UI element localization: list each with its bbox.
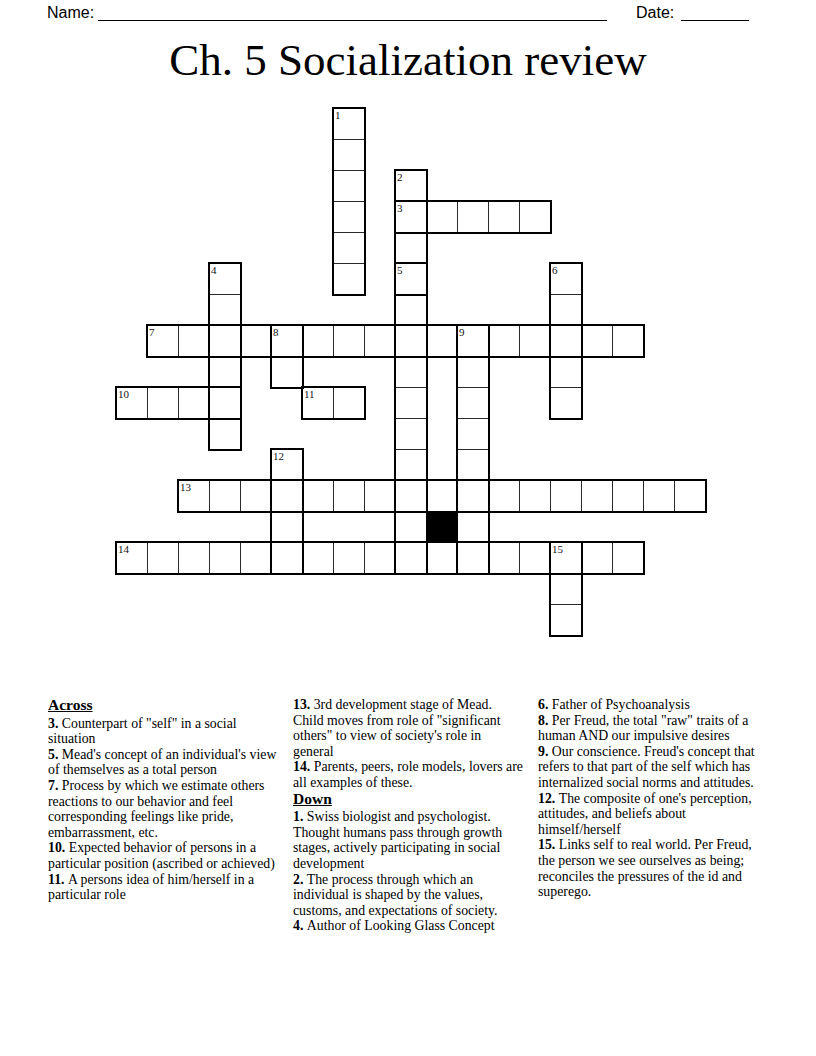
clue-7: 7. Process by which we estimate others r… <box>48 778 280 840</box>
cell-number-8: 8 <box>273 327 279 338</box>
grid-cell-r12c7[interactable] <box>333 480 365 512</box>
clue-9: 9. Our conscience. Freud's concept that … <box>538 744 770 791</box>
clue-number-label: 7. <box>48 778 62 793</box>
clue-number-label: 10. <box>48 840 69 855</box>
clues-section: Across3. Counterpart of "self" in a soci… <box>48 697 770 934</box>
clue-column-3: 6. Father of Psychoanalysis8. Per Freud,… <box>538 697 770 934</box>
date-label: Date: <box>636 4 674 22</box>
grid-cell-r3c11[interactable] <box>457 201 489 233</box>
clue-number-label: 6. <box>538 697 552 712</box>
puzzle-title: Ch. 5 Socialization review <box>0 34 816 86</box>
grid-cell-r14c11[interactable] <box>457 542 489 574</box>
grid-cell-r7c16[interactable] <box>612 325 644 357</box>
clue-12: 12. The composite of one's perception, a… <box>538 791 770 838</box>
grid-cell-r12c12[interactable] <box>488 480 520 512</box>
grid-cell-r7c15[interactable] <box>581 325 613 357</box>
grid-cell-r7c3[interactable] <box>209 325 241 357</box>
grid-cell-r12c4[interactable] <box>240 480 272 512</box>
cell-number-10: 10 <box>118 389 129 400</box>
grid-cell-r8c3[interactable] <box>209 356 241 388</box>
grid-cell-r12c10[interactable] <box>426 480 458 512</box>
grid-cell-r14c7[interactable] <box>333 542 365 574</box>
grid-cell-r6c3[interactable] <box>209 294 241 326</box>
grid-cell-r12c11[interactable] <box>457 480 489 512</box>
clue-5: 5. Mead's concept of an individual's vie… <box>48 747 280 778</box>
grid-cell-r7c6[interactable] <box>302 325 334 357</box>
grid-cell-r12c9[interactable] <box>395 480 427 512</box>
grid-cell-r9c3[interactable] <box>209 387 241 419</box>
clue-number-label: 11. <box>48 872 68 887</box>
grid-cell-r4c7[interactable] <box>333 232 365 264</box>
grid-cell-r3c12[interactable] <box>488 201 520 233</box>
grid-cell-r16c14[interactable] <box>550 604 582 636</box>
grid-cell-r13c11[interactable] <box>457 511 489 543</box>
clue-13: 13. 3rd development stage of Mead. Child… <box>293 697 525 759</box>
grid-cell-r12c13[interactable] <box>519 480 551 512</box>
grid-cell-r13c5[interactable] <box>271 511 303 543</box>
grid-cell-r14c5[interactable] <box>271 542 303 574</box>
grid-cell-r14c12[interactable] <box>488 542 520 574</box>
cell-number-13: 13 <box>180 482 191 493</box>
clue-column-1: Across3. Counterpart of "self" in a soci… <box>48 697 280 934</box>
grid-cell-r8c11[interactable] <box>457 356 489 388</box>
cell-number-9: 9 <box>459 327 465 338</box>
clue-number-label: 3. <box>48 716 62 731</box>
grid-cell-r7c8[interactable] <box>364 325 396 357</box>
grid-cell-r7c14[interactable] <box>550 325 582 357</box>
clue-8: 8. Per Freud, the total "raw" traits of … <box>538 713 770 744</box>
name-blank-line[interactable] <box>98 2 607 21</box>
clue-11: 11. A persons idea of him/herself in a p… <box>48 872 280 903</box>
black-cell-r13c10 <box>426 511 458 543</box>
clue-number-label: 1. <box>293 809 307 824</box>
grid-cell-r4c9[interactable] <box>395 232 427 264</box>
cell-number-6: 6 <box>552 265 558 276</box>
grid-cell-r8c14[interactable] <box>550 356 582 388</box>
grid-cell-r7c2[interactable] <box>178 325 210 357</box>
grid-cell-r14c6[interactable] <box>302 542 334 574</box>
grid-cell-r3c7[interactable] <box>333 201 365 233</box>
clue-14: 14. Parents, peers, role models, lovers … <box>293 759 525 790</box>
grid-cell-r12c5[interactable] <box>271 480 303 512</box>
grid-cell-r10c3[interactable] <box>209 418 241 450</box>
grid-cell-r11c11[interactable] <box>457 449 489 481</box>
cell-number-12: 12 <box>273 451 284 462</box>
grid-cell-r3c13[interactable] <box>519 201 551 233</box>
grid-cell-r7c9[interactable] <box>395 325 427 357</box>
grid-cell-r14c4[interactable] <box>240 542 272 574</box>
clue-3: 3. Counterpart of "self" in a social sit… <box>48 716 280 747</box>
grid-cell-r9c9[interactable] <box>395 387 427 419</box>
grid-cell-r12c3[interactable] <box>209 480 241 512</box>
grid-cell-r14c9[interactable] <box>395 542 427 574</box>
grid-cell-r14c16[interactable] <box>612 542 644 574</box>
name-label: Name: <box>47 4 94 22</box>
cell-number-2: 2 <box>397 172 403 183</box>
grid-cell-r9c11[interactable] <box>457 387 489 419</box>
worksheet-page: Name: Date: Ch. 5 Socialization review 1… <box>0 0 816 1056</box>
grid-cell-r15c14[interactable] <box>550 573 582 605</box>
grid-cell-r12c15[interactable] <box>581 480 613 512</box>
cell-number-3: 3 <box>397 203 403 214</box>
grid-cell-r7c12[interactable] <box>488 325 520 357</box>
clue-15: 15. Links self to real world. Per Freud,… <box>538 837 770 899</box>
clue-number-label: 2. <box>293 872 307 887</box>
grid-cell-r14c13[interactable] <box>519 542 551 574</box>
grid-cell-r14c1[interactable] <box>147 542 179 574</box>
grid-cell-r5c7[interactable] <box>333 263 365 295</box>
grid-cell-r14c10[interactable] <box>426 542 458 574</box>
clue-number-label: 15. <box>538 837 559 852</box>
grid-cell-r14c15[interactable] <box>581 542 613 574</box>
grid-cell-r12c16[interactable] <box>612 480 644 512</box>
cell-number-14: 14 <box>118 544 129 555</box>
cell-number-5: 5 <box>397 265 403 276</box>
crossword-grid: 123456789101112131415 <box>116 108 708 638</box>
grid-cell-r12c8[interactable] <box>364 480 396 512</box>
cell-number-11: 11 <box>304 389 315 400</box>
clue-2: 2. The process through which an individu… <box>293 872 525 919</box>
clue-number-label: 4. <box>293 918 307 933</box>
clue-column-2: 13. 3rd development stage of Mead. Child… <box>293 697 525 934</box>
grid-cell-r7c7[interactable] <box>333 325 365 357</box>
cell-number-7: 7 <box>149 327 155 338</box>
grid-cell-r13c9[interactable] <box>395 511 427 543</box>
clue-number-label: 14. <box>293 759 314 774</box>
clue-number-label: 12. <box>538 791 559 806</box>
grid-cell-r12c18[interactable] <box>674 480 706 512</box>
grid-cell-r9c2[interactable] <box>178 387 210 419</box>
grid-cell-r6c9[interactable] <box>395 294 427 326</box>
grid-cell-r14c3[interactable] <box>209 542 241 574</box>
grid-cell-r11c9[interactable] <box>395 449 427 481</box>
clue-4: 4. Author of Looking Glass Concept <box>293 918 525 934</box>
grid-cell-r3c10[interactable] <box>426 201 458 233</box>
grid-cell-r6c14[interactable] <box>550 294 582 326</box>
date-blank-line[interactable] <box>681 2 749 21</box>
grid-cell-r9c14[interactable] <box>550 387 582 419</box>
grid-cell-r10c9[interactable] <box>395 418 427 450</box>
grid-cell-r2c7[interactable] <box>333 170 365 202</box>
cell-number-4: 4 <box>211 265 217 276</box>
grid-cell-r14c2[interactable] <box>178 542 210 574</box>
grid-cell-r9c7[interactable] <box>333 387 365 419</box>
clue-number-label: 5. <box>48 747 62 762</box>
clue-number-label: 9. <box>538 744 552 759</box>
grid-cell-r12c17[interactable] <box>643 480 675 512</box>
cell-number-15: 15 <box>552 544 563 555</box>
grid-cell-r7c10[interactable] <box>426 325 458 357</box>
grid-cell-r14c8[interactable] <box>364 542 396 574</box>
grid-cell-r9c1[interactable] <box>147 387 179 419</box>
grid-cell-r7c4[interactable] <box>240 325 272 357</box>
clue-10: 10. Expected behavior of persons in a pa… <box>48 840 280 871</box>
grid-cell-r7c13[interactable] <box>519 325 551 357</box>
clues-header-across: Across <box>48 697 280 713</box>
clue-6: 6. Father of Psychoanalysis <box>538 697 770 713</box>
grid-cell-r12c6[interactable] <box>302 480 334 512</box>
clue-1: 1. Swiss biologist and psychologist. Tho… <box>293 809 525 871</box>
cell-number-1: 1 <box>335 110 341 121</box>
clue-number-label: 13. <box>293 697 314 712</box>
grid-cell-r8c9[interactable] <box>395 356 427 388</box>
grid-cell-r1c7[interactable] <box>333 139 365 171</box>
grid-cell-r12c14[interactable] <box>550 480 582 512</box>
clues-header-down: Down <box>293 791 525 807</box>
grid-cell-r10c11[interactable] <box>457 418 489 450</box>
grid-cell-r8c5[interactable] <box>271 356 303 388</box>
clue-number-label: 8. <box>538 713 552 728</box>
